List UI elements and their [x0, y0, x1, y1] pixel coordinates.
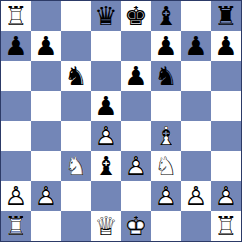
black-pawn-icon[interactable]: ♟ — [121, 61, 151, 91]
chess-board: ♜♖♛♚♝♜♟♟♟♟♟♞♟♞♟♟♙♝♗♞♘♝♟♙♞♘♟♙♟♙♟♙♟♙♟♙♜♖♛♕… — [0, 0, 242, 242]
black-piece-glyph: ♟ — [34, 31, 57, 61]
square-e7[interactable] — [121, 31, 151, 61]
black-pawn-icon[interactable]: ♟ — [211, 31, 241, 61]
square-f4[interactable]: ♝♗ — [151, 121, 181, 151]
white-pawn-icon[interactable]: ♟♙ — [121, 151, 151, 181]
square-h4[interactable] — [211, 121, 241, 151]
black-pawn-icon[interactable]: ♟ — [31, 31, 61, 61]
white-rook-icon[interactable]: ♜♖ — [211, 211, 241, 241]
black-piece-glyph: ♟ — [94, 91, 117, 121]
square-f1[interactable] — [151, 211, 181, 241]
square-e1[interactable]: ♚♔ — [121, 211, 151, 241]
white-knight-icon[interactable]: ♞♘ — [61, 151, 91, 181]
square-g8[interactable] — [181, 1, 211, 31]
white-piece-outline: ♕ — [94, 211, 117, 241]
white-piece-outline: ♖ — [4, 1, 27, 31]
white-pawn-icon[interactable]: ♟♙ — [151, 181, 181, 211]
black-piece-glyph: ♟ — [214, 31, 237, 61]
white-piece-outline: ♙ — [154, 181, 177, 211]
square-a4[interactable] — [1, 121, 31, 151]
black-bishop-icon[interactable]: ♝ — [151, 1, 181, 31]
white-pawn-icon[interactable]: ♟♙ — [91, 121, 121, 151]
square-g1[interactable] — [181, 211, 211, 241]
square-f5[interactable] — [151, 91, 181, 121]
black-piece-glyph: ♜ — [214, 1, 237, 31]
black-piece-glyph: ♟ — [154, 31, 177, 61]
square-h7[interactable]: ♟ — [211, 31, 241, 61]
square-e6[interactable]: ♟ — [121, 61, 151, 91]
square-a7[interactable]: ♟ — [1, 31, 31, 61]
square-b5[interactable] — [31, 91, 61, 121]
black-knight-icon[interactable]: ♞ — [61, 61, 91, 91]
square-f2[interactable]: ♟♙ — [151, 181, 181, 211]
black-pawn-icon[interactable]: ♟ — [91, 91, 121, 121]
white-piece-outline: ♖ — [4, 211, 27, 241]
black-piece-glyph: ♞ — [64, 61, 87, 91]
square-c2[interactable] — [61, 181, 91, 211]
square-d3[interactable]: ♝ — [91, 151, 121, 181]
square-d6[interactable] — [91, 61, 121, 91]
white-queen-icon[interactable]: ♛♕ — [91, 211, 121, 241]
white-piece-outline: ♙ — [124, 151, 147, 181]
square-c4[interactable] — [61, 121, 91, 151]
white-piece-outline: ♙ — [4, 181, 27, 211]
square-d8[interactable]: ♛ — [91, 1, 121, 31]
square-b2[interactable]: ♟♙ — [31, 181, 61, 211]
square-b3[interactable] — [31, 151, 61, 181]
white-piece-outline: ♘ — [64, 151, 87, 181]
black-piece-glyph: ♝ — [94, 151, 117, 181]
white-pawn-icon[interactable]: ♟♙ — [181, 181, 211, 211]
black-rook-icon[interactable]: ♜ — [211, 1, 241, 31]
black-piece-glyph: ♞ — [154, 61, 177, 91]
square-h1[interactable]: ♜♖ — [211, 211, 241, 241]
square-d1[interactable]: ♛♕ — [91, 211, 121, 241]
black-piece-glyph: ♛ — [94, 1, 117, 31]
square-a3[interactable] — [1, 151, 31, 181]
square-f7[interactable]: ♟ — [151, 31, 181, 61]
black-pawn-icon[interactable]: ♟ — [181, 31, 211, 61]
square-d4[interactable]: ♟♙ — [91, 121, 121, 151]
black-piece-glyph: ♟ — [4, 31, 27, 61]
square-g7[interactable]: ♟ — [181, 31, 211, 61]
black-piece-glyph: ♟ — [184, 31, 207, 61]
square-d5[interactable]: ♟ — [91, 91, 121, 121]
white-king-icon[interactable]: ♚♔ — [121, 211, 151, 241]
square-g3[interactable] — [181, 151, 211, 181]
white-piece-outline: ♙ — [214, 181, 237, 211]
white-piece-outline: ♔ — [124, 211, 147, 241]
white-piece-outline: ♙ — [184, 181, 207, 211]
white-pawn-icon[interactable]: ♟♙ — [1, 181, 31, 211]
square-e4[interactable] — [121, 121, 151, 151]
square-b6[interactable] — [31, 61, 61, 91]
square-c1[interactable] — [61, 211, 91, 241]
white-piece-outline: ♙ — [94, 121, 117, 151]
square-f3[interactable]: ♞♘ — [151, 151, 181, 181]
square-f6[interactable]: ♞ — [151, 61, 181, 91]
square-h6[interactable] — [211, 61, 241, 91]
square-a8[interactable]: ♜♖ — [1, 1, 31, 31]
square-b4[interactable] — [31, 121, 61, 151]
square-h2[interactable]: ♟♙ — [211, 181, 241, 211]
black-pawn-icon[interactable]: ♟ — [1, 31, 31, 61]
square-b8[interactable] — [31, 1, 61, 31]
white-rook-icon[interactable]: ♜♖ — [1, 1, 31, 31]
square-c3[interactable]: ♞♘ — [61, 151, 91, 181]
black-piece-glyph: ♟ — [124, 61, 147, 91]
white-piece-outline: ♙ — [34, 181, 57, 211]
square-d2[interactable] — [91, 181, 121, 211]
square-h8[interactable]: ♜ — [211, 1, 241, 31]
square-c5[interactable] — [61, 91, 91, 121]
white-pawn-icon[interactable]: ♟♙ — [31, 181, 61, 211]
white-rook-icon[interactable]: ♜♖ — [1, 211, 31, 241]
square-b1[interactable] — [31, 211, 61, 241]
square-h3[interactable] — [211, 151, 241, 181]
square-f8[interactable]: ♝ — [151, 1, 181, 31]
black-piece-glyph: ♚ — [124, 1, 147, 31]
white-piece-outline: ♖ — [214, 211, 237, 241]
black-pawn-icon[interactable]: ♟ — [151, 31, 181, 61]
square-c7[interactable] — [61, 31, 91, 61]
square-a2[interactable]: ♟♙ — [1, 181, 31, 211]
white-knight-icon[interactable]: ♞♘ — [151, 151, 181, 181]
white-pawn-icon[interactable]: ♟♙ — [211, 181, 241, 211]
square-a5[interactable] — [1, 91, 31, 121]
square-e5[interactable] — [121, 91, 151, 121]
square-g2[interactable]: ♟♙ — [181, 181, 211, 211]
square-d7[interactable] — [91, 31, 121, 61]
square-c8[interactable] — [61, 1, 91, 31]
square-e2[interactable] — [121, 181, 151, 211]
square-g5[interactable] — [181, 91, 211, 121]
square-h5[interactable] — [211, 91, 241, 121]
black-piece-glyph: ♝ — [154, 1, 177, 31]
square-g6[interactable] — [181, 61, 211, 91]
square-g4[interactable] — [181, 121, 211, 151]
black-bishop-icon[interactable]: ♝ — [91, 151, 121, 181]
black-queen-icon[interactable]: ♛ — [91, 1, 121, 31]
square-a1[interactable]: ♜♖ — [1, 211, 31, 241]
white-piece-outline: ♗ — [154, 121, 177, 151]
square-e8[interactable]: ♚ — [121, 1, 151, 31]
square-b7[interactable]: ♟ — [31, 31, 61, 61]
square-c6[interactable]: ♞ — [61, 61, 91, 91]
square-e3[interactable]: ♟♙ — [121, 151, 151, 181]
black-king-icon[interactable]: ♚ — [121, 1, 151, 31]
square-a6[interactable] — [1, 61, 31, 91]
black-knight-icon[interactable]: ♞ — [151, 61, 181, 91]
white-piece-outline: ♘ — [154, 151, 177, 181]
white-bishop-icon[interactable]: ♝♗ — [151, 121, 181, 151]
